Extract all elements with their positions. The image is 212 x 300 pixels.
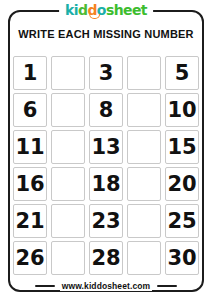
logo-smile-icon [89,14,100,19]
logo-letter: t [141,2,147,18]
answer-cell[interactable] [127,241,161,275]
logo-letter: d [78,2,87,18]
footer: www.kiddosheet.com [0,281,212,291]
worksheet-page: kiddosheet WRITE EACH MISSING NUMBER 135… [0,0,212,300]
answer-cell[interactable] [51,241,85,275]
number-cell: 13 [89,130,123,164]
page-title: WRITE EACH MISSING NUMBER [0,28,212,40]
number-cell: 11 [13,130,47,164]
number-grid: 1356810111315161820212325262830 [13,56,199,275]
number-cell: 3 [89,56,123,90]
number-cell: 30 [165,241,199,275]
logo-letter: h [114,2,123,18]
number-cell: 10 [165,93,199,127]
footer-right-rule [157,285,177,287]
logo-letter: k [65,2,74,18]
number-cell: 20 [165,167,199,201]
number-cell: 8 [89,93,123,127]
number-cell: 18 [89,167,123,201]
number-cell: 25 [165,204,199,238]
number-cell: 23 [89,204,123,238]
logo: kiddosheet [59,1,153,19]
number-cell: 5 [165,56,199,90]
answer-cell[interactable] [127,56,161,90]
logo-text: kiddosheet [65,2,147,18]
logo-letter: e [123,2,132,18]
number-cell: 16 [13,167,47,201]
footer-left-rule [35,285,55,287]
answer-cell[interactable] [127,204,161,238]
number-cell: 15 [165,130,199,164]
answer-cell[interactable] [51,56,85,90]
footer-url: www.kiddosheet.com [60,281,152,291]
answer-cell[interactable] [127,167,161,201]
number-cell: 21 [13,204,47,238]
number-cell: 26 [13,241,47,275]
number-cell: 6 [13,93,47,127]
answer-cell[interactable] [127,93,161,127]
logo-letter: s [106,2,114,18]
answer-cell[interactable] [127,130,161,164]
answer-cell[interactable] [51,167,85,201]
answer-cell[interactable] [51,93,85,127]
number-cell: 1 [13,56,47,90]
answer-cell[interactable] [51,130,85,164]
logo-letter: e [132,2,141,18]
number-cell: 28 [89,241,123,275]
answer-cell[interactable] [51,204,85,238]
